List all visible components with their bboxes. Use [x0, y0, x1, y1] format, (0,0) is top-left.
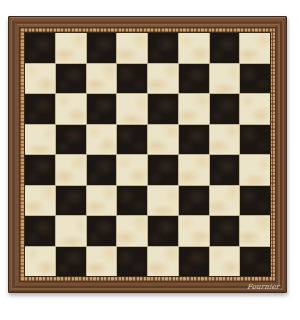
board-square [210, 186, 240, 216]
board-square [179, 216, 209, 246]
board-square [87, 247, 117, 277]
board-square [56, 64, 86, 94]
board-square [117, 155, 147, 185]
board-square [210, 216, 240, 246]
board-square [148, 247, 178, 277]
board-square [25, 155, 55, 185]
frame-rail-right [276, 17, 286, 292]
board-square [240, 94, 270, 124]
board-square [179, 125, 209, 155]
board-square [87, 64, 117, 94]
board-square [240, 186, 270, 216]
board-square [148, 186, 178, 216]
board-square [240, 247, 270, 277]
board-square [148, 155, 178, 185]
board-square [25, 186, 55, 216]
board-square [240, 64, 270, 94]
board-square [179, 94, 209, 124]
board-square [56, 33, 86, 63]
board-square [210, 33, 240, 63]
board-square [25, 247, 55, 277]
board-square [210, 155, 240, 185]
board-square [179, 186, 209, 216]
board-square [210, 247, 240, 277]
board-square [56, 186, 86, 216]
board-square [56, 125, 86, 155]
board-square [148, 216, 178, 246]
board-square [117, 64, 147, 94]
board-square [87, 33, 117, 63]
board-square [117, 186, 147, 216]
board-square [87, 216, 117, 246]
board-square [240, 216, 270, 246]
frame-rail-left [9, 17, 19, 292]
board-square [179, 33, 209, 63]
board-square [117, 125, 147, 155]
board-square [240, 125, 270, 155]
board-square [148, 33, 178, 63]
board-square [117, 94, 147, 124]
board-grid [24, 32, 271, 277]
board-square [117, 247, 147, 277]
board-square [56, 216, 86, 246]
brand-signature: Fournier [246, 282, 280, 292]
board-square [25, 33, 55, 63]
board-square [87, 94, 117, 124]
chess-board: Fournier [8, 16, 287, 293]
board-square [87, 155, 117, 185]
board-square [148, 125, 178, 155]
board-square [25, 94, 55, 124]
board-square [87, 186, 117, 216]
board-square [56, 155, 86, 185]
board-square [117, 216, 147, 246]
board-square [25, 216, 55, 246]
board-square [210, 125, 240, 155]
board-square [179, 247, 209, 277]
board-square [117, 33, 147, 63]
board-square [179, 64, 209, 94]
board-square [56, 94, 86, 124]
board-square [148, 64, 178, 94]
frame-rail-top [9, 17, 286, 27]
board-square [56, 247, 86, 277]
board-square [179, 155, 209, 185]
board-square [240, 155, 270, 185]
board-square [148, 94, 178, 124]
frame-rail-bottom [9, 282, 286, 292]
board-square [240, 33, 270, 63]
board-square [25, 64, 55, 94]
board-square [25, 125, 55, 155]
board-square [210, 94, 240, 124]
board-square [210, 64, 240, 94]
board-square [87, 125, 117, 155]
